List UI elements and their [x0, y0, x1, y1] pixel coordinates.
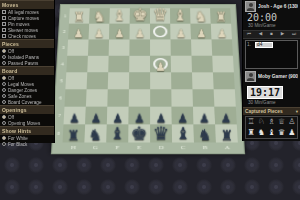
last-move-highlight-d2 — [153, 26, 168, 37]
captured-pieces-tray: ♖♘♗♕♙ ♜♞♝♛♟ — [245, 116, 298, 139]
file-label-h: H — [62, 143, 84, 152]
radio-icon[interactable] — [2, 49, 6, 53]
move-list[interactable]: 1.d4 — [245, 40, 298, 69]
black-player-clock: 19:17 — [247, 86, 283, 99]
move-row: 1.d4 — [246, 41, 297, 48]
white-player-clock: 20:00 — [243, 12, 300, 23]
vcr-button-3[interactable]: ▶ — [281, 32, 284, 37]
section-header-show-hints: Show Hints — [0, 126, 54, 135]
file-label-g: G — [84, 143, 106, 152]
square-g8[interactable]: ♞ — [84, 124, 106, 142]
piece-white-knight-b1[interactable]: ♞ — [191, 10, 211, 24]
rank-label-5: 5 — [57, 72, 66, 89]
chess-app-window: MovesAll legal movesCapture movesPin mov… — [0, 0, 300, 200]
square-e3[interactable] — [129, 40, 150, 56]
sidebar-item-label: Legal Moves — [8, 82, 34, 87]
captured-black-row: ♜♞♝♛♟ — [246, 129, 297, 137]
square-e1[interactable]: ♚ — [130, 8, 150, 24]
checkbox-icon[interactable] — [2, 22, 6, 26]
section-header-board: Board — [0, 66, 54, 75]
square-a4[interactable] — [212, 56, 234, 73]
radio-icon[interactable] — [2, 61, 6, 65]
piece-black-pawn-g7[interactable]: ♟ — [85, 112, 107, 124]
captured-white-piece-icon: ♘ — [258, 118, 265, 126]
sidebar-item-label: Check moves — [8, 34, 36, 39]
square-a2[interactable]: ♟ — [211, 24, 232, 40]
square-e5[interactable] — [129, 72, 150, 89]
vcr-button-2[interactable]: ■ — [270, 32, 273, 37]
sidebar-item-for-black[interactable]: For Black — [0, 141, 54, 147]
square-f3[interactable] — [109, 40, 130, 56]
square-d8[interactable]: ♛ — [150, 124, 172, 142]
radio-icon[interactable] — [2, 82, 6, 86]
square-c6[interactable] — [171, 89, 193, 106]
game-status-panel: Josh - Age 6 (1300) 20:00 30 Min/Game ⏮◀… — [242, 0, 300, 141]
radio-icon[interactable] — [2, 115, 6, 119]
piece-black-bishop-c8[interactable]: ♝ — [172, 126, 194, 142]
square-c3[interactable] — [171, 40, 192, 56]
piece-white-pawn-b2[interactable]: ♟ — [191, 28, 211, 39]
piece-black-knight-b8[interactable]: ♞ — [194, 127, 216, 142]
square-f7[interactable]: ♟ — [107, 107, 129, 125]
captured-white-piece-icon: ♕ — [278, 118, 285, 126]
piece-white-pawn-d4[interactable]: ♟ — [150, 61, 171, 73]
piece-black-pawn-h7[interactable]: ♟ — [64, 112, 86, 124]
sidebar-item-label: Pin moves — [8, 22, 29, 27]
square-a3[interactable] — [212, 40, 233, 56]
radio-icon[interactable] — [2, 136, 6, 140]
board-grid: ♜♞♝♚♛♝♞♜♟♟♟♟♟♟♟♟♟♟♟♟♟♟♟♟♜♞♝♚♛♝♞♜ — [63, 8, 238, 142]
white-player-avatar — [245, 1, 256, 12]
section-header-pieces: Pieces — [0, 39, 54, 48]
sidebar-item-label: Isolated Pawns — [8, 55, 39, 60]
captured-white-piece-icon: ♗ — [268, 118, 275, 126]
square-a6[interactable] — [214, 89, 236, 106]
square-d5[interactable] — [150, 72, 171, 89]
sidebar-item-label: Off — [8, 49, 14, 54]
piece-white-pawn-e2[interactable]: ♟ — [130, 28, 150, 39]
square-d2[interactable] — [150, 24, 171, 40]
piece-black-pawn-c7[interactable]: ♟ — [172, 112, 194, 124]
square-c1[interactable]: ♝ — [170, 8, 191, 24]
square-a7[interactable]: ♟ — [214, 107, 236, 125]
square-e8[interactable]: ♚ — [128, 124, 150, 142]
square-f4[interactable] — [108, 56, 129, 73]
square-h6[interactable] — [64, 89, 86, 106]
sidebar-item-label: Board Coverage — [8, 100, 41, 105]
captured-black-piece-icon: ♞ — [258, 129, 265, 137]
radio-icon[interactable] — [2, 55, 6, 59]
square-g6[interactable] — [86, 89, 108, 106]
captured-black-piece-icon: ♛ — [278, 129, 285, 137]
file-label-e: E — [128, 143, 150, 152]
checkbox-icon[interactable] — [2, 16, 6, 20]
square-g2[interactable]: ♟ — [89, 24, 110, 40]
square-d1[interactable]: ♛ — [150, 8, 170, 24]
square-a5[interactable] — [213, 72, 235, 89]
file-label-b: B — [194, 143, 216, 152]
square-f6[interactable] — [107, 89, 129, 106]
square-c7[interactable]: ♟ — [172, 107, 194, 125]
sidebar-item-label: For Black — [8, 142, 27, 147]
square-h7[interactable]: ♟ — [64, 107, 86, 125]
piece-black-queen-d8[interactable]: ♛ — [150, 124, 172, 143]
radio-icon[interactable] — [2, 88, 6, 92]
square-h2[interactable]: ♟ — [68, 24, 89, 40]
sidebar-item-label: Capture moves — [8, 16, 39, 21]
move-number: 1. — [247, 42, 254, 47]
piece-black-king-e8[interactable]: ♚ — [128, 124, 150, 143]
square-h5[interactable] — [65, 72, 87, 89]
square-c8[interactable]: ♝ — [172, 124, 194, 142]
piece-white-pawn-h2[interactable]: ♟ — [68, 28, 88, 39]
piece-black-pawn-b7[interactable]: ♟ — [193, 112, 215, 124]
piece-white-rook-h1[interactable]: ♜ — [69, 11, 89, 24]
square-h3[interactable] — [67, 40, 88, 56]
piece-black-pawn-f7[interactable]: ♟ — [107, 112, 129, 124]
piece-white-pawn-f2[interactable]: ♟ — [109, 28, 129, 39]
file-label-c: C — [172, 143, 194, 152]
square-g5[interactable] — [87, 72, 109, 89]
square-d6[interactable] — [150, 89, 171, 106]
piece-white-pawn-c2[interactable]: ♟ — [171, 28, 191, 39]
white-player-name: Josh - Age 6 (1300) — [258, 4, 298, 9]
square-g3[interactable] — [88, 40, 109, 56]
move-cell-black[interactable] — [274, 42, 294, 48]
piece-white-bishop-c1[interactable]: ♝ — [170, 9, 190, 24]
radio-icon[interactable] — [2, 94, 6, 98]
piece-black-bishop-f8[interactable]: ♝ — [106, 126, 128, 142]
piece-white-king-e1[interactable]: ♚ — [130, 6, 150, 23]
piece-white-knight-g1[interactable]: ♞ — [89, 10, 109, 24]
sidebar-item-label: Off — [8, 76, 14, 81]
section-header-moves: Moves — [0, 0, 54, 9]
radio-icon[interactable] — [2, 76, 6, 80]
black-time-control: 30 Min/Game — [243, 100, 300, 106]
checkbox-icon[interactable] — [2, 28, 6, 32]
square-f8[interactable]: ♝ — [106, 124, 128, 142]
sidebar-item-label: Safe Zones — [8, 94, 32, 99]
radio-icon[interactable] — [2, 121, 6, 125]
square-f5[interactable] — [108, 72, 129, 89]
sidebar-item-label: For White — [8, 136, 28, 141]
captured-black-piece-icon: ♝ — [268, 129, 275, 137]
square-a8[interactable]: ♜ — [215, 124, 238, 142]
radio-icon[interactable] — [2, 142, 6, 146]
square-e6[interactable] — [129, 89, 150, 106]
square-h4[interactable] — [66, 56, 88, 73]
piece-white-rook-a1[interactable]: ♜ — [211, 11, 231, 24]
square-b6[interactable] — [192, 89, 214, 106]
square-c5[interactable] — [171, 72, 192, 89]
square-h8[interactable]: ♜ — [63, 124, 86, 142]
captured-pieces-header: Captured Pieces ▾ — [243, 107, 300, 115]
square-f2[interactable]: ♟ — [109, 24, 130, 40]
move-cell-white[interactable]: d4 — [255, 42, 273, 48]
sidebar-item-label: Passed Pawns — [8, 61, 38, 66]
sidebar-item-label: All legal moves — [8, 10, 39, 15]
square-g7[interactable]: ♟ — [85, 107, 107, 125]
square-g1[interactable]: ♞ — [89, 8, 110, 24]
square-c2[interactable]: ♟ — [170, 24, 191, 40]
white-time-control: 30 Min/Game — [243, 23, 300, 29]
piece-white-queen-d1[interactable]: ♛ — [150, 6, 170, 23]
checkbox-icon[interactable] — [2, 34, 6, 38]
piece-black-pawn-a7[interactable]: ♟ — [215, 112, 237, 124]
visual-thinking-panel: MovesAll legal movesCapture movesPin mov… — [0, 0, 55, 143]
piece-black-rook-a8[interactable]: ♜ — [216, 128, 238, 142]
vcr-button-4[interactable]: ⏭ — [292, 32, 296, 37]
white-player-card: Josh - Age 6 (1300) — [243, 0, 300, 12]
vcr-button-1[interactable]: ◀ — [259, 32, 262, 37]
square-b8[interactable]: ♞ — [193, 124, 215, 142]
move-list-toolbar: ⏮◀■▶⏭ — [243, 30, 300, 39]
piece-white-pawn-a2[interactable]: ♟ — [212, 28, 232, 39]
sidebar-item-label: Opening Moves — [8, 121, 40, 126]
square-e4[interactable] — [129, 56, 150, 73]
captured-white-piece-icon: ♖ — [248, 118, 255, 126]
sidebar-item-label: Off — [8, 115, 14, 120]
piece-white-pawn-g2[interactable]: ♟ — [89, 28, 109, 39]
chevron-down-icon[interactable]: ▾ — [296, 109, 298, 114]
sidebar-item-label: Danger Zones — [8, 88, 37, 93]
square-e2[interactable]: ♟ — [130, 24, 150, 40]
radio-icon[interactable] — [2, 100, 6, 104]
black-player-card: Moby Gamer (900) — [243, 70, 300, 82]
rank-label-6: 6 — [56, 89, 66, 106]
piece-black-knight-g8[interactable]: ♞ — [84, 127, 106, 142]
captured-white-piece-icon: ♙ — [288, 118, 295, 126]
square-b2[interactable]: ♟ — [191, 24, 212, 40]
piece-black-rook-h8[interactable]: ♜ — [63, 128, 85, 142]
file-label-d: D — [150, 143, 172, 152]
captured-pieces-title: Captured Pieces — [245, 109, 283, 114]
piece-white-bishop-f1[interactable]: ♝ — [109, 9, 129, 24]
square-b4[interactable] — [192, 56, 213, 73]
black-player-avatar — [245, 71, 256, 82]
square-d3[interactable] — [150, 40, 171, 56]
file-label-f: F — [106, 143, 128, 152]
square-b7[interactable]: ♟ — [193, 107, 215, 125]
file-label-a: A — [216, 143, 238, 152]
square-c4[interactable] — [171, 56, 192, 73]
captured-black-piece-icon: ♟ — [288, 129, 295, 137]
file-labels: HGFEDCBA — [62, 143, 238, 152]
vcr-button-0[interactable]: ⏮ — [247, 32, 251, 37]
square-b1[interactable]: ♞ — [190, 8, 211, 24]
section-header-openings: Openings — [0, 105, 54, 114]
board-3d-area: ♜♞♝♚♛♝♞♜♟♟♟♟♟♟♟♟♟♟♟♟♟♟♟♟♜♞♝♚♛♝♞♜ 1234567… — [52, 4, 244, 154]
square-g4[interactable] — [87, 56, 108, 73]
square-d4[interactable]: ♟ — [150, 56, 171, 73]
chess-board: ♜♞♝♚♛♝♞♜♟♟♟♟♟♟♟♟♟♟♟♟♟♟♟♟♜♞♝♚♛♝♞♜ 1234567… — [51, 4, 245, 154]
square-h1[interactable]: ♜ — [69, 8, 90, 24]
sidebar-item-label: Skewer moves — [8, 28, 38, 33]
captured-white-row: ♖♘♗♕♙ — [246, 118, 297, 126]
square-f1[interactable]: ♝ — [109, 8, 129, 24]
checkbox-icon[interactable] — [2, 10, 6, 14]
square-a1[interactable]: ♜ — [210, 8, 231, 24]
captured-black-piece-icon: ♜ — [248, 129, 255, 137]
square-b3[interactable] — [191, 40, 212, 56]
black-player-name: Moby Gamer (900) — [258, 74, 298, 79]
square-b5[interactable] — [192, 72, 214, 89]
